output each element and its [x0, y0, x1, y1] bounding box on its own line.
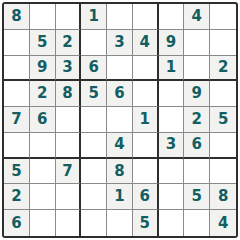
cell-digit: 9	[166, 35, 176, 50]
sudoku-cell-r1c5[interactable]	[107, 4, 133, 30]
cell-digit: 7	[62, 164, 72, 179]
sudoku-cell-r9c1[interactable]: 6	[4, 210, 30, 236]
sudoku-cell-r8c8[interactable]: 5	[184, 184, 210, 210]
cell-digit: 9	[37, 60, 47, 75]
sudoku-cell-r6c3[interactable]	[56, 133, 82, 159]
sudoku-cell-r3c5[interactable]	[107, 56, 133, 82]
sudoku-cell-r4c4[interactable]: 5	[81, 81, 107, 107]
sudoku-cell-r1c2[interactable]	[30, 4, 56, 30]
sudoku-cell-r5c7[interactable]	[159, 107, 185, 133]
sudoku-cell-r7c7[interactable]	[159, 159, 185, 185]
cell-digit: 3	[166, 137, 176, 152]
sudoku-cell-r2c5[interactable]: 3	[107, 30, 133, 56]
sudoku-cell-r1c7[interactable]	[159, 4, 185, 30]
sudoku-cell-r2c2[interactable]: 5	[30, 30, 56, 56]
sudoku-cell-r8c6[interactable]: 6	[133, 184, 159, 210]
sudoku-cell-r2c9[interactable]	[210, 30, 236, 56]
sudoku-cell-r5c5[interactable]	[107, 107, 133, 133]
cell-digit: 1	[166, 60, 176, 75]
sudoku-cell-r4c9[interactable]	[210, 81, 236, 107]
sudoku-board: 8145234993612285697612543657821658654	[2, 2, 238, 238]
cell-digit: 6	[192, 137, 202, 152]
sudoku-cell-r9c9[interactable]: 4	[210, 210, 236, 236]
sudoku-cell-r1c6[interactable]	[133, 4, 159, 30]
cell-digit: 1	[114, 189, 124, 204]
sudoku-cell-r6c7[interactable]: 3	[159, 133, 185, 159]
sudoku-cell-r1c8[interactable]: 4	[184, 4, 210, 30]
sudoku-cell-r1c9[interactable]	[210, 4, 236, 30]
cell-digit: 8	[62, 86, 72, 101]
cell-digit: 5	[218, 112, 228, 127]
sudoku-cell-r6c1[interactable]	[4, 133, 30, 159]
cell-digit: 1	[89, 9, 99, 24]
sudoku-cell-r2c7[interactable]: 9	[159, 30, 185, 56]
cell-digit: 5	[37, 35, 47, 50]
sudoku-cell-r4c8[interactable]: 9	[184, 81, 210, 107]
sudoku-cell-r9c4[interactable]	[81, 210, 107, 236]
sudoku-cell-r9c7[interactable]	[159, 210, 185, 236]
sudoku-cell-r8c5[interactable]: 1	[107, 184, 133, 210]
cell-digit: 1	[140, 112, 150, 127]
sudoku-cell-r3c1[interactable]	[4, 56, 30, 82]
cell-digit: 6	[89, 60, 99, 75]
sudoku-cell-r6c2[interactable]	[30, 133, 56, 159]
cell-digit: 5	[140, 216, 150, 231]
sudoku-cell-r5c1[interactable]: 7	[4, 107, 30, 133]
sudoku-cell-r1c4[interactable]: 1	[81, 4, 107, 30]
sudoku-cell-r7c9[interactable]	[210, 159, 236, 185]
cell-digit: 3	[114, 35, 124, 50]
cell-digit: 6	[37, 112, 47, 127]
cell-digit: 7	[11, 112, 21, 127]
sudoku-cell-r9c8[interactable]	[184, 210, 210, 236]
sudoku-cell-r9c3[interactable]	[56, 210, 82, 236]
cell-digit: 8	[218, 189, 228, 204]
sudoku-cell-r1c1[interactable]: 8	[4, 4, 30, 30]
sudoku-cell-r5c8[interactable]: 2	[184, 107, 210, 133]
sudoku-cell-r4c6[interactable]	[133, 81, 159, 107]
cell-digit: 6	[11, 216, 21, 231]
cell-digit: 6	[140, 189, 150, 204]
cell-digit: 2	[192, 112, 202, 127]
sudoku-cell-r3c8[interactable]	[184, 56, 210, 82]
sudoku-cell-r7c1[interactable]: 5	[4, 159, 30, 185]
sudoku-cell-r9c6[interactable]: 5	[133, 210, 159, 236]
sudoku-cell-r6c6[interactable]	[133, 133, 159, 159]
sudoku-cell-r9c2[interactable]	[30, 210, 56, 236]
cell-digit: 4	[192, 9, 202, 24]
sudoku-cell-r8c1[interactable]: 2	[4, 184, 30, 210]
cell-digit: 4	[140, 35, 150, 50]
sudoku-cell-r3c4[interactable]: 6	[81, 56, 107, 82]
sudoku-cell-r2c4[interactable]	[81, 30, 107, 56]
sudoku-cell-r6c8[interactable]: 6	[184, 133, 210, 159]
sudoku-cell-r6c5[interactable]: 4	[107, 133, 133, 159]
sudoku-cell-r1c3[interactable]	[56, 4, 82, 30]
cell-digit: 5	[192, 189, 202, 204]
sudoku-cell-r3c2[interactable]: 9	[30, 56, 56, 82]
sudoku-cell-r3c3[interactable]: 3	[56, 56, 82, 82]
sudoku-cell-r5c4[interactable]	[81, 107, 107, 133]
sudoku-cell-r7c5[interactable]: 8	[107, 159, 133, 185]
sudoku-cell-r7c6[interactable]	[133, 159, 159, 185]
sudoku-cell-r8c4[interactable]	[81, 184, 107, 210]
sudoku-cell-r5c9[interactable]: 5	[210, 107, 236, 133]
cell-digit: 2	[37, 86, 47, 101]
sudoku-cell-r6c4[interactable]	[81, 133, 107, 159]
sudoku-cell-r2c8[interactable]	[184, 30, 210, 56]
sudoku-cell-r8c2[interactable]	[30, 184, 56, 210]
cell-digit: 3	[62, 60, 72, 75]
cell-digit: 5	[89, 86, 99, 101]
cell-digit: 4	[114, 137, 124, 152]
cell-digit: 2	[62, 35, 72, 50]
cell-digit: 5	[11, 164, 21, 179]
cell-digit: 8	[114, 164, 124, 179]
sudoku-cell-r2c6[interactable]: 4	[133, 30, 159, 56]
sudoku-cell-r8c7[interactable]	[159, 184, 185, 210]
cell-digit: 4	[218, 216, 228, 231]
sudoku-cell-r7c3[interactable]: 7	[56, 159, 82, 185]
sudoku-cell-r3c7[interactable]: 1	[159, 56, 185, 82]
sudoku-cell-r3c9[interactable]: 2	[210, 56, 236, 82]
sudoku-cell-r7c8[interactable]	[184, 159, 210, 185]
sudoku-cell-r6c9[interactable]	[210, 133, 236, 159]
sudoku-cell-r2c3[interactable]: 2	[56, 30, 82, 56]
sudoku-cell-r4c7[interactable]	[159, 81, 185, 107]
sudoku-cell-r8c3[interactable]	[56, 184, 82, 210]
sudoku-cell-r4c5[interactable]: 6	[107, 81, 133, 107]
cell-digit: 9	[192, 86, 202, 101]
cell-digit: 8	[11, 9, 21, 24]
sudoku-cell-r3c6[interactable]	[133, 56, 159, 82]
sudoku-cell-r5c6[interactable]: 1	[133, 107, 159, 133]
sudoku-cell-r4c2[interactable]: 2	[30, 81, 56, 107]
sudoku-cell-r7c4[interactable]	[81, 159, 107, 185]
sudoku-cell-r9c5[interactable]	[107, 210, 133, 236]
sudoku-cell-r8c9[interactable]: 8	[210, 184, 236, 210]
cell-digit: 2	[218, 60, 228, 75]
cell-digit: 2	[11, 189, 21, 204]
sudoku-cell-r5c2[interactable]: 6	[30, 107, 56, 133]
sudoku-cell-r4c3[interactable]: 8	[56, 81, 82, 107]
sudoku-cell-r7c2[interactable]	[30, 159, 56, 185]
sudoku-cell-r5c3[interactable]	[56, 107, 82, 133]
sudoku-cell-r2c1[interactable]	[4, 30, 30, 56]
cell-digit: 6	[114, 86, 124, 101]
sudoku-cell-r4c1[interactable]	[4, 81, 30, 107]
